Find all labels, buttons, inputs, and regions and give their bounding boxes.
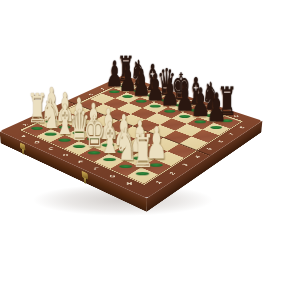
file-label-far-f: F <box>200 105 210 108</box>
rank-label-near-6: 6 <box>214 138 227 144</box>
file-label-far-d: D <box>171 95 181 98</box>
file-label-near-g: G <box>106 174 118 178</box>
file-label-near-a: A <box>18 134 30 138</box>
rank-label-near-8: 8 <box>236 125 248 131</box>
file-label-far-b: B <box>144 86 153 89</box>
file-label-near-e: E <box>75 160 87 164</box>
file-label-far-e: E <box>185 100 195 103</box>
rank-label-near-3: 3 <box>178 161 191 168</box>
file-label-far-a: A <box>131 82 140 85</box>
rank-label-near-7: 7 <box>225 131 237 137</box>
file-label-near-d: D <box>60 153 72 157</box>
rank-label-near-5: 5 <box>203 146 216 153</box>
product-photo-stage: AABBCCDDEEFFGGHH1122334455667788♜♞♝♛♚♝♞♜… <box>0 0 285 285</box>
rank-label-near-4: 4 <box>191 153 204 160</box>
file-label-near-c: C <box>45 147 57 151</box>
brass-latch-icon <box>82 171 88 180</box>
brass-latch-icon <box>20 142 26 150</box>
file-label-near-b: B <box>31 140 43 144</box>
file-label-far-c: C <box>158 90 168 93</box>
file-label-near-f: F <box>90 167 102 171</box>
file-label-near-h: H <box>123 181 135 186</box>
